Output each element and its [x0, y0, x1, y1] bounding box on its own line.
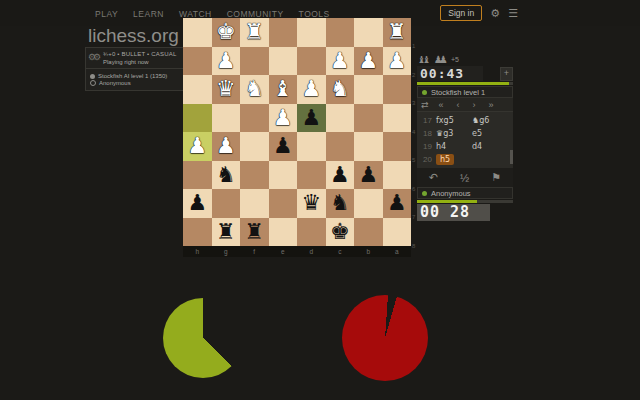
file-label-e: e [269, 246, 298, 257]
captured-pieces-tray: ♝♝ ♟♟ +5 [417, 53, 513, 66]
white-clock: 00:43 [417, 66, 483, 81]
flip-board-icon[interactable]: ⇄ [421, 100, 429, 110]
square-g4[interactable] [212, 104, 241, 133]
white-knight-piece: ♞ [326, 75, 355, 104]
square-f4[interactable] [240, 104, 269, 133]
white-name-bar[interactable]: Stockfish level 1 [417, 86, 513, 98]
square-b2[interactable]: ♟ [354, 47, 383, 76]
online-dot [422, 90, 427, 95]
chess-board-wrap: ♚♜♜♟♟♟♟♛♞♝♟♞♟♟♟♟♟♞♟♟♟♛♞♟♜♜♚ hgfedcba 123… [183, 18, 411, 257]
square-d4[interactable]: ♟ [297, 104, 326, 133]
square-a5[interactable] [383, 132, 412, 161]
game-actions: ↶ ½ ⚑ [417, 168, 513, 187]
resign-flag-icon[interactable]: ⚑ [491, 171, 501, 184]
first-move-icon[interactable]: « [439, 100, 444, 110]
square-d8[interactable] [297, 218, 326, 247]
black-king-piece: ♚ [326, 218, 355, 247]
square-g3[interactable]: ♛ [212, 75, 241, 104]
black-pawn-piece: ♟ [383, 189, 412, 218]
square-e7[interactable] [269, 189, 298, 218]
move-list-toolbar: ⇄ « ‹ › » [417, 98, 513, 112]
square-e8[interactable] [269, 218, 298, 247]
game-info-box: ⚙⚙ ¾+0 • BULLET • CASUAL Playing right n… [85, 47, 184, 91]
online-dot [422, 191, 427, 196]
square-c6[interactable]: ♟ [326, 161, 355, 190]
move-number: 20 [417, 155, 436, 164]
file-label-c: c [326, 246, 355, 257]
move-list[interactable]: 17 fxg5 ♞g6 18 ♛g3 e5 19 h4 d4 20 h5 [417, 112, 513, 168]
black-knight-piece: ♞ [326, 189, 355, 218]
move-number: 18 [417, 129, 436, 138]
move-number: 19 [417, 142, 436, 151]
square-c1[interactable] [326, 18, 355, 47]
square-h5[interactable]: ♟ [183, 132, 212, 161]
square-h2[interactable] [183, 47, 212, 76]
black-pawn-piece: ♟ [269, 132, 298, 161]
square-b1[interactable] [354, 18, 383, 47]
last-move-icon[interactable]: » [489, 100, 494, 110]
square-d3[interactable]: ♟ [297, 75, 326, 104]
white-rook-piece: ♜ [383, 18, 412, 47]
white-king-piece: ♚ [212, 18, 241, 47]
white-queen-piece: ♛ [212, 75, 241, 104]
square-b7[interactable] [354, 189, 383, 218]
white-move[interactable]: ♛g3 [436, 129, 472, 138]
black-pawn-piece: ♟ [297, 104, 326, 133]
black-player-label: Anonymous [99, 80, 131, 86]
square-e4[interactable]: ♟ [269, 104, 298, 133]
square-d5[interactable] [297, 132, 326, 161]
file-label-f: f [240, 246, 269, 257]
move-list-scrollbar[interactable] [510, 150, 513, 164]
black-name-label: Anonymous [431, 189, 471, 198]
black-pawn-piece: ♟ [354, 161, 383, 190]
black-move[interactable]: ♞g6 [472, 116, 512, 125]
next-move-icon[interactable]: › [473, 100, 476, 110]
square-c4[interactable] [326, 104, 355, 133]
square-f3[interactable]: ♞ [240, 75, 269, 104]
square-g7[interactable] [212, 189, 241, 218]
square-f6[interactable] [240, 161, 269, 190]
prev-move-icon[interactable]: ‹ [457, 100, 460, 110]
black-rook-piece: ♜ [240, 218, 269, 247]
square-e2[interactable] [269, 47, 298, 76]
file-coordinates: hgfedcba [183, 246, 411, 257]
square-b5[interactable] [354, 132, 383, 161]
menu-learn[interactable]: LEARN [133, 9, 164, 19]
move-row: 19 h4 d4 [417, 140, 513, 153]
square-e3[interactable]: ♝ [269, 75, 298, 104]
square-a6[interactable] [383, 161, 412, 190]
file-label-g: g [212, 246, 241, 257]
square-a2[interactable]: ♟ [383, 47, 412, 76]
time-control-label: ¾+0 • BULLET • CASUAL [103, 51, 179, 57]
square-g6[interactable]: ♞ [212, 161, 241, 190]
move-row: 20 h5 [417, 153, 513, 166]
lichess-logo[interactable]: lichess.org [88, 25, 179, 47]
square-a7[interactable]: ♟ [383, 189, 412, 218]
draw-offer-icon[interactable]: ½ [460, 172, 469, 184]
square-h3[interactable] [183, 75, 212, 104]
file-label-h: h [183, 246, 212, 257]
square-d2[interactable] [297, 47, 326, 76]
white-move[interactable]: fxg5 [436, 116, 472, 125]
captured-pawns: ♟♟ [434, 54, 444, 65]
white-pawn-piece: ♟ [269, 104, 298, 133]
white-color-dot [90, 74, 95, 79]
file-label-d: d [297, 246, 326, 257]
square-d7[interactable]: ♛ [297, 189, 326, 218]
square-f1[interactable]: ♜ [240, 18, 269, 47]
white-rook-piece: ♜ [240, 18, 269, 47]
black-queen-piece: ♛ [297, 189, 326, 218]
black-rook-piece: ♜ [212, 218, 241, 247]
white-pawn-piece: ♟ [326, 47, 355, 76]
square-c8[interactable]: ♚ [326, 218, 355, 247]
game-side-panel: ♝♝ ♟♟ +5 00:43 + Stockfish level 1 ⇄ « ‹… [417, 53, 513, 221]
black-color-dot [90, 80, 96, 86]
chess-board[interactable]: ♚♜♜♟♟♟♟♛♞♝♟♞♟♟♟♟♟♞♟♟♟♛♞♟♜♜♚ [183, 18, 411, 246]
square-a8[interactable] [383, 218, 412, 247]
square-c5[interactable] [326, 132, 355, 161]
black-player-row: Anonymous [90, 80, 179, 86]
rank-label-8: 8 [412, 218, 420, 247]
square-e1[interactable] [269, 18, 298, 47]
square-g8[interactable]: ♜ [212, 218, 241, 247]
file-label-b: b [354, 246, 383, 257]
square-g1[interactable]: ♚ [212, 18, 241, 47]
square-a3[interactable] [383, 75, 412, 104]
sign-in-button[interactable]: Sign in [440, 5, 482, 21]
white-bishop-piece: ♝ [269, 75, 298, 104]
give-time-button[interactable]: + [500, 67, 513, 81]
square-h8[interactable] [183, 218, 212, 247]
square-h6[interactable] [183, 161, 212, 190]
square-c7[interactable]: ♞ [326, 189, 355, 218]
red-pie-shape [342, 295, 428, 381]
square-f7[interactable] [240, 189, 269, 218]
captured-bishops: ♝♝ [417, 54, 427, 65]
square-h1[interactable] [183, 18, 212, 47]
square-b8[interactable] [354, 218, 383, 247]
green-pie-shape [163, 298, 243, 378]
square-c3[interactable]: ♞ [326, 75, 355, 104]
square-h7[interactable]: ♟ [183, 189, 212, 218]
white-player-label: Stockfish AI level 1 (1350) [98, 73, 167, 79]
square-a4[interactable] [383, 104, 412, 133]
white-pawn-piece: ♟ [212, 47, 241, 76]
black-pawn-piece: ♟ [326, 161, 355, 190]
square-c2[interactable]: ♟ [326, 47, 355, 76]
takeback-icon[interactable]: ↶ [429, 171, 438, 184]
white-knight-piece: ♞ [240, 75, 269, 104]
menu-play[interactable]: PLAY [95, 9, 118, 19]
square-g2[interactable]: ♟ [212, 47, 241, 76]
square-e5[interactable]: ♟ [269, 132, 298, 161]
square-d6[interactable] [297, 161, 326, 190]
square-h4[interactable] [183, 104, 212, 133]
white-pawn-piece: ♟ [183, 132, 212, 161]
white-pawn-piece: ♟ [297, 75, 326, 104]
square-g5[interactable]: ♟ [212, 132, 241, 161]
white-name-label: Stockfish level 1 [431, 88, 485, 97]
square-f2[interactable] [240, 47, 269, 76]
square-f8[interactable]: ♜ [240, 218, 269, 247]
white-pawn-piece: ♟ [383, 47, 412, 76]
black-knight-piece: ♞ [212, 161, 241, 190]
square-b3[interactable] [354, 75, 383, 104]
square-a1[interactable]: ♜ [383, 18, 412, 47]
black-pawn-piece: ♟ [183, 189, 212, 218]
game-status-label: Playing right now [103, 59, 179, 65]
square-f5[interactable] [240, 132, 269, 161]
white-pawn-piece: ♟ [212, 132, 241, 161]
square-d1[interactable] [297, 18, 326, 47]
black-name-bar[interactable]: Anonymous [417, 187, 513, 199]
file-label-a: a [383, 246, 412, 257]
white-move-current[interactable]: h5 [436, 155, 472, 164]
white-time-bar [417, 82, 513, 85]
white-move[interactable]: h4 [436, 142, 472, 151]
square-b6[interactable]: ♟ [354, 161, 383, 190]
black-move[interactable]: d4 [472, 142, 512, 151]
white-pawn-piece: ♟ [354, 47, 383, 76]
move-number: 17 [417, 116, 436, 125]
move-row: 17 fxg5 ♞g6 [417, 114, 513, 127]
square-e6[interactable] [269, 161, 298, 190]
black-clock: 00 28 [417, 204, 490, 221]
move-row: 18 ♛g3 e5 [417, 127, 513, 140]
hamburger-icon[interactable]: ☰ [508, 8, 518, 19]
rank-label-1: 1 [412, 18, 420, 47]
white-player-row: Stockfish AI level 1 (1350) [90, 73, 179, 79]
gears-icon: ⚙⚙ [88, 52, 98, 62]
black-move[interactable]: e5 [472, 129, 512, 138]
square-b4[interactable] [354, 104, 383, 133]
gear-icon[interactable]: ⚙ [490, 8, 500, 19]
material-advantage: +5 [451, 56, 459, 63]
